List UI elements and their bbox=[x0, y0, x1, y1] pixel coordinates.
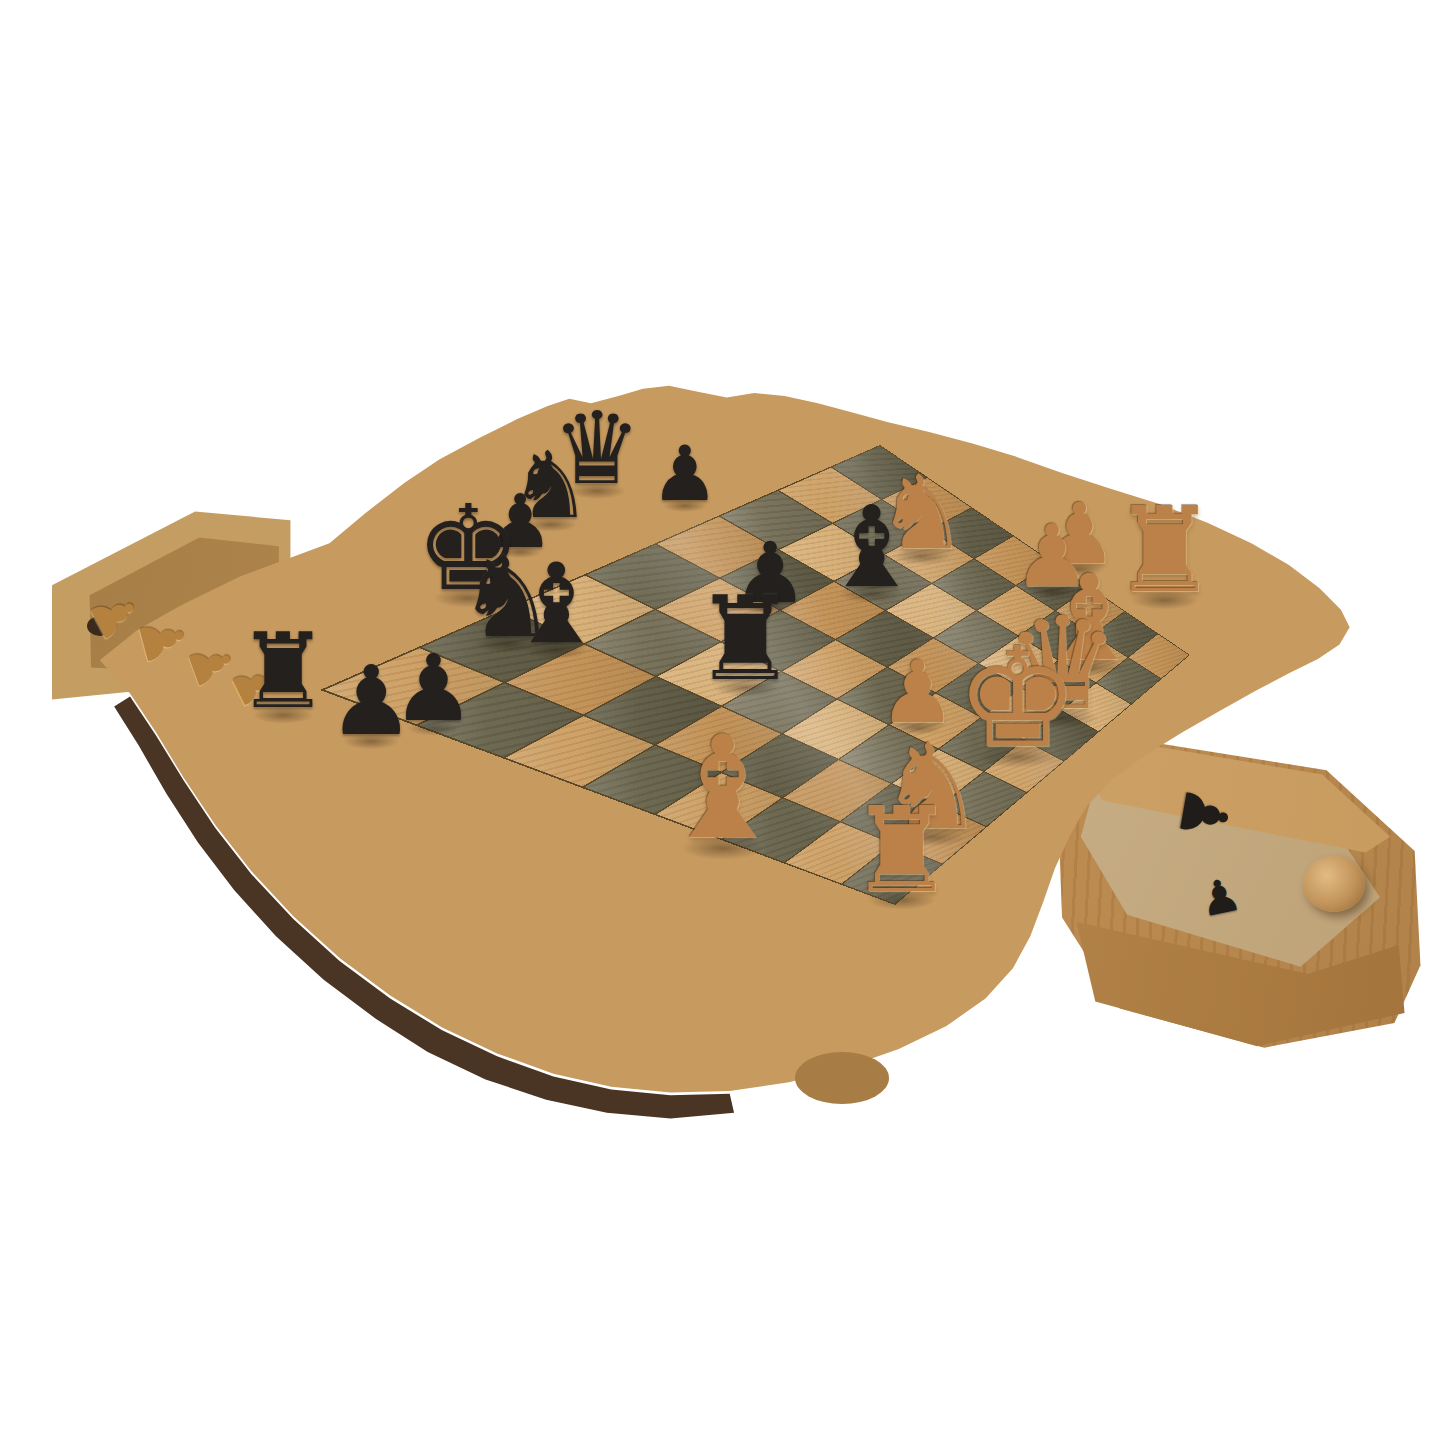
piece-black-rook-a8[interactable]: ♜ bbox=[237, 620, 330, 724]
piece-black-pawn-a7[interactable]: ♟ bbox=[328, 653, 414, 749]
piece-white-bishop-a4[interactable]: ♝ bbox=[659, 718, 786, 860]
pieces-layer: ♛♟♞♟♞♟♟♝♚♜♟♞♝♝♜♜♛♟♟♟♚♞♝♜ bbox=[0, 0, 1445, 1445]
piece-black-bishop-c7[interactable]: ♝ bbox=[507, 549, 606, 659]
piece-white-rook-a1[interactable]: ♜ bbox=[849, 792, 955, 910]
photo-canvas: ♟♟ ♟♟♟♟ ♛♟♞♟♞♟♟♝♚♜♟♞♝♝♜♜♛♟♟♟♚♞♝♜ bbox=[0, 0, 1445, 1445]
piece-black-rook-c6[interactable]: ♜ bbox=[694, 581, 798, 697]
piece-black-pawn-f8[interactable]: ♟ bbox=[651, 436, 719, 512]
piece-black-bishop-f6[interactable]: ♝ bbox=[821, 491, 921, 603]
